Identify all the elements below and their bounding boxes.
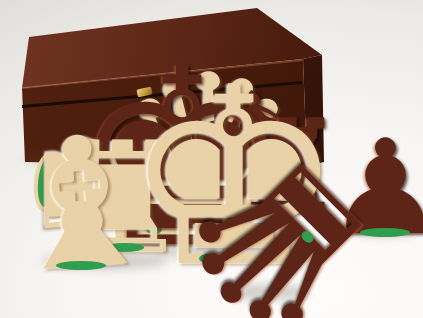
dark-queen-felt <box>299 229 315 245</box>
dark-pawn-felt <box>360 228 410 237</box>
center-group-shadow <box>150 240 290 260</box>
queen-head-shadow <box>224 284 310 300</box>
white-bishop-felt <box>56 261 106 270</box>
brass-clasp-icon <box>140 100 152 110</box>
chess-set-photo: ♞ ♛ ♟ ♞ ♟ ♜ ♚ ♜ ♚ ♝ ♛ <box>0 0 423 318</box>
white-pawn-felt <box>146 225 162 234</box>
white-rook-felt <box>104 243 144 252</box>
white-king-felt <box>199 254 217 263</box>
